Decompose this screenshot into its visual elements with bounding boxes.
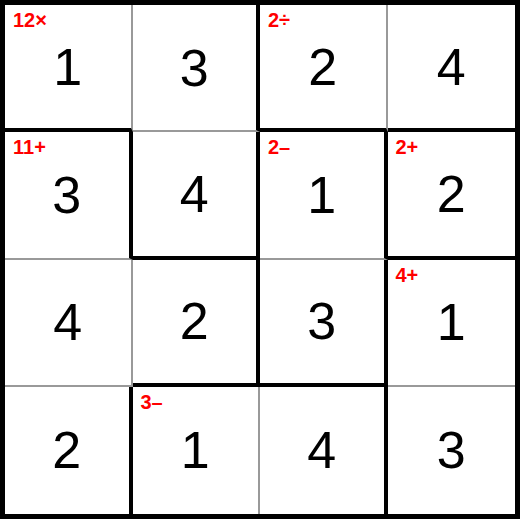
- cell-r2c3[interactable]: 4+1: [388, 260, 516, 387]
- cell-value: 1: [181, 424, 210, 476]
- cell-r0c2[interactable]: 2÷2: [260, 5, 388, 132]
- cell-r3c1[interactable]: 3–1: [133, 387, 261, 514]
- cage-clue: 2÷: [268, 10, 290, 30]
- cell-value: 1: [53, 41, 82, 93]
- cell-value: 4: [437, 41, 466, 93]
- cell-value: 3: [307, 295, 336, 347]
- cell-value: 1: [307, 169, 336, 221]
- cell-r1c2[interactable]: 2–1: [260, 132, 388, 259]
- cell-r2c1[interactable]: 2: [133, 260, 261, 387]
- cell-value: 2: [437, 168, 466, 220]
- cage-clue: 2+: [396, 137, 419, 157]
- cage-clue: 12×: [13, 10, 47, 30]
- cell-value: 2: [180, 295, 209, 347]
- cell-value: 3: [180, 42, 209, 94]
- cage-clue: 11+: [13, 137, 46, 157]
- cell-r1c1[interactable]: 4: [133, 132, 261, 259]
- cell-value: 2: [308, 41, 337, 93]
- cell-r3c3[interactable]: 3: [388, 387, 516, 514]
- cage-clue: 3–: [141, 392, 163, 412]
- cell-value: 4: [53, 296, 82, 348]
- cell-value: 3: [437, 424, 466, 476]
- cage-clue: 4+: [396, 265, 419, 285]
- cell-r0c1[interactable]: 3: [133, 5, 261, 132]
- cell-value: 4: [307, 424, 336, 476]
- cell-r1c3[interactable]: 2+2: [388, 132, 516, 259]
- cell-r0c3[interactable]: 4: [388, 5, 516, 132]
- cell-r2c2[interactable]: 3: [260, 260, 388, 387]
- cell-value: 4: [180, 168, 209, 220]
- cell-value: 2: [52, 424, 81, 476]
- cell-r3c0[interactable]: 2: [5, 387, 133, 514]
- cell-value: 3: [52, 169, 81, 221]
- cage-clue: 2–: [268, 137, 290, 157]
- cell-r1c0[interactable]: 11+3: [5, 132, 133, 259]
- cell-value: 1: [437, 296, 466, 348]
- kenken-board: 12×132÷2411+342–12+24234+123–143: [0, 0, 520, 519]
- cell-r0c0[interactable]: 12×1: [5, 5, 133, 132]
- cell-r3c2[interactable]: 4: [260, 387, 388, 514]
- cell-r2c0[interactable]: 4: [5, 260, 133, 387]
